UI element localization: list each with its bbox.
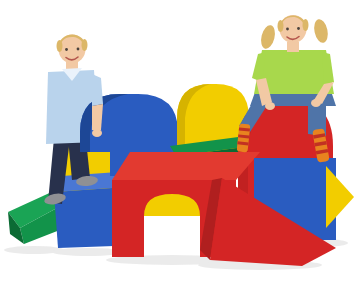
foam-blocks-scene xyxy=(0,0,360,286)
girl-neck xyxy=(287,42,299,52)
girl-hair-side xyxy=(278,20,284,32)
boy-eye xyxy=(77,48,80,51)
product-photo xyxy=(0,0,360,286)
boy-hair-side xyxy=(57,40,63,52)
girl-hair-side xyxy=(303,19,309,31)
boy-eye xyxy=(65,48,68,51)
girl-right-hand xyxy=(311,99,321,107)
girl-eye xyxy=(297,27,300,30)
girl-left-hand xyxy=(265,102,275,110)
boy-hand xyxy=(92,129,102,137)
boy-hair-side xyxy=(82,39,88,51)
girl-eye xyxy=(286,28,289,31)
